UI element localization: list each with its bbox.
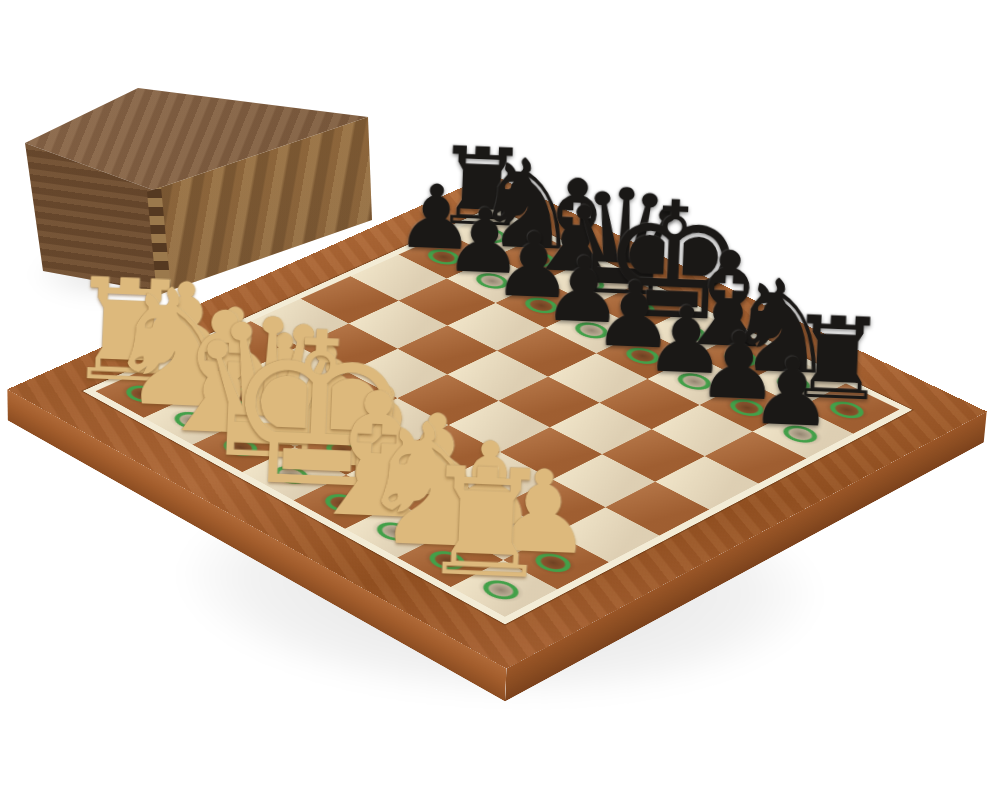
chess-board: ♜♞♝♛♚♝♞♜♟♟♟♟♟♟♟♟♟♟♟♟♟♟♟♟♜♞♝♛♚♝♞♜ — [7, 174, 986, 668]
board-tilt-wrapper: ♜♞♝♛♚♝♞♜♟♟♟♟♟♟♟♟♟♟♟♟♟♟♟♟♜♞♝♛♚♝♞♜ — [0, 0, 1000, 800]
product-photo-scene: ♜♞♝♛♚♝♞♜♟♟♟♟♟♟♟♟♟♟♟♟♟♟♟♟♜♞♝♛♚♝♞♜ — [0, 0, 1000, 800]
piece-black-pawn-h7[interactable]: ♟ — [690, 342, 895, 443]
piece-white-rook-h1[interactable]: ♜ — [376, 446, 596, 603]
